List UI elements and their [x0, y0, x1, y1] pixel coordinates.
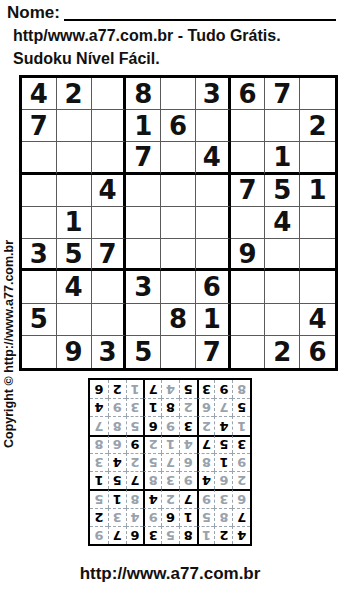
- solution-cell-r7c3: 2: [197, 416, 215, 434]
- puzzle-empty-cell-r7c9[interactable]: [300, 271, 335, 303]
- puzzle-empty-cell-r3c9[interactable]: [300, 142, 335, 174]
- solution-cell-r8c2: 7: [214, 398, 232, 416]
- solution-cell-r4c3: 4: [197, 471, 215, 489]
- puzzle-empty-cell-r9c7[interactable]: [231, 336, 266, 368]
- solution-cell-r2c1: 7: [232, 508, 250, 526]
- puzzle-given-cell-r2c5: 6: [161, 110, 196, 142]
- solution-cell-r2c7: 4: [126, 508, 144, 526]
- puzzle-empty-cell-r8c4[interactable]: [126, 304, 161, 336]
- solution-cell-r3c2: 3: [214, 489, 232, 507]
- solution-cell-r7c8: 8: [108, 416, 126, 434]
- solution-cell-r9c1: 8: [232, 380, 250, 398]
- puzzle-empty-cell-r9c1[interactable]: [22, 336, 57, 368]
- solution-cell-r1c8: 7: [108, 526, 126, 544]
- puzzle-empty-cell-r1c3[interactable]: [92, 78, 127, 110]
- solution-cell-r2c2: 8: [214, 508, 232, 526]
- puzzle-given-cell-r8c1: 5: [22, 304, 57, 336]
- puzzle-given-cell-r9c4: 5: [126, 336, 161, 368]
- puzzle-given-cell-r9c8: 2: [265, 336, 300, 368]
- solution-cell-r6c7: 9: [126, 435, 144, 453]
- puzzle-given-cell-r4c3: 4: [92, 175, 127, 207]
- puzzle-empty-cell-r5c4[interactable]: [126, 207, 161, 239]
- solution-cell-r8c4: 2: [179, 398, 197, 416]
- puzzle-empty-cell-r5c6[interactable]: [196, 207, 231, 239]
- puzzle-empty-cell-r1c5[interactable]: [161, 78, 196, 110]
- puzzle-empty-cell-r3c7[interactable]: [231, 142, 266, 174]
- solution-cell-r2c9: 2: [90, 508, 108, 526]
- solution-cell-r5c7: 2: [126, 453, 144, 471]
- puzzle-given-cell-r7c4: 3: [126, 271, 161, 303]
- puzzle-empty-cell-r7c1[interactable]: [22, 271, 57, 303]
- puzzle-given-cell-r2c1: 7: [22, 110, 57, 142]
- solution-cell-r9c3: 3: [197, 380, 215, 398]
- solution-cell-r5c5: 7: [161, 453, 179, 471]
- solution-cell-r4c8: 5: [108, 471, 126, 489]
- puzzle-given-cell-r2c4: 1: [126, 110, 161, 142]
- puzzle-given-cell-r4c7: 7: [231, 175, 266, 207]
- site-title: http/www.a77.com.br - Tudo Grátis.: [13, 27, 281, 45]
- solution-cell-r4c5: 3: [161, 471, 179, 489]
- name-row: Nome:: [7, 3, 336, 23]
- puzzle-given-cell-r8c5: 8: [161, 304, 196, 336]
- puzzle-empty-cell-r9c5[interactable]: [161, 336, 196, 368]
- puzzle-given-cell-r4c8: 5: [265, 175, 300, 207]
- puzzle-given-cell-r1c4: 8: [126, 78, 161, 110]
- solution-cell-r7c9: 7: [90, 416, 108, 434]
- puzzle-given-cell-r3c4: 7: [126, 142, 161, 174]
- solution-cell-r1c3: 1: [197, 526, 215, 544]
- solution-cell-r8c8: 9: [108, 398, 126, 416]
- solution-cell-r8c6: 1: [143, 398, 161, 416]
- puzzle-given-cell-r9c3: 3: [92, 336, 127, 368]
- puzzle-given-cell-r1c2: 2: [57, 78, 92, 110]
- puzzle-empty-cell-r2c2[interactable]: [57, 110, 92, 142]
- puzzle-empty-cell-r4c4[interactable]: [126, 175, 161, 207]
- puzzle-empty-cell-r7c3[interactable]: [92, 271, 127, 303]
- solution-cell-r9c7: 1: [126, 380, 144, 398]
- solution-cell-r5c6: 5: [143, 453, 161, 471]
- solution-cell-r6c2: 5: [214, 435, 232, 453]
- puzzle-empty-cell-r6c8[interactable]: [265, 239, 300, 271]
- solution-cell-r7c1: 1: [232, 416, 250, 434]
- solution-cell-r4c2: 6: [214, 471, 232, 489]
- solution-cell-r7c4: 3: [179, 416, 197, 434]
- puzzle-empty-cell-r3c2[interactable]: [57, 142, 92, 174]
- puzzle-given-cell-r6c1: 3: [22, 239, 57, 271]
- solution-cell-r3c7: 8: [126, 489, 144, 507]
- solution-cell-r4c9: 1: [90, 471, 108, 489]
- difficulty-title: Sudoku Nível Fácil.: [13, 50, 160, 68]
- puzzle-given-cell-r3c8: 1: [265, 142, 300, 174]
- puzzle-given-cell-r5c2: 1: [57, 207, 92, 239]
- puzzle-given-cell-r6c3: 7: [92, 239, 127, 271]
- solution-cell-r5c4: 6: [179, 453, 197, 471]
- solution-cell-r3c1: 6: [232, 489, 250, 507]
- solution-cell-r5c3: 8: [197, 453, 215, 471]
- solution-cell-r1c7: 6: [126, 526, 144, 544]
- solution-cell-r7c5: 9: [161, 416, 179, 434]
- puzzle-empty-cell-r3c3[interactable]: [92, 142, 127, 174]
- solution-cell-r3c4: 7: [179, 489, 197, 507]
- solution-cell-r7c6: 6: [143, 416, 161, 434]
- puzzle-given-cell-r8c6: 1: [196, 304, 231, 336]
- solution-cell-r5c2: 1: [214, 453, 232, 471]
- puzzle-empty-cell-r4c6[interactable]: [196, 175, 231, 207]
- puzzle-given-cell-r8c9: 4: [300, 304, 335, 336]
- solution-cell-r9c6: 7: [143, 380, 161, 398]
- puzzle-given-cell-r1c7: 6: [231, 78, 266, 110]
- solution-cell-r3c9: 5: [90, 489, 108, 507]
- puzzle-empty-cell-r8c7[interactable]: [231, 304, 266, 336]
- name-fill-line[interactable]: [64, 5, 336, 21]
- solution-cell-r8c3: 6: [197, 398, 215, 416]
- solution-cell-r5c1: 9: [232, 453, 250, 471]
- footer-url: http://www.a77.com.br: [0, 564, 340, 584]
- puzzle-given-cell-r9c9: 6: [300, 336, 335, 368]
- puzzle-given-cell-r2c9: 2: [300, 110, 335, 142]
- puzzle-empty-cell-r8c2[interactable]: [57, 304, 92, 336]
- solution-cell-r9c8: 2: [108, 380, 126, 398]
- puzzle-given-cell-r9c6: 7: [196, 336, 231, 368]
- solution-cell-r2c8: 3: [108, 508, 126, 526]
- puzzle-given-cell-r3c6: 4: [196, 142, 231, 174]
- puzzle-given-cell-r6c2: 5: [57, 239, 92, 271]
- puzzle-empty-cell-r6c5[interactable]: [161, 239, 196, 271]
- puzzle-given-cell-r6c7: 9: [231, 239, 266, 271]
- solution-cell-r4c6: 8: [143, 471, 161, 489]
- solution-cell-r1c4: 8: [179, 526, 197, 544]
- solution-cell-r6c3: 7: [197, 435, 215, 453]
- solution-cell-r4c7: 7: [126, 471, 144, 489]
- puzzle-given-cell-r1c1: 4: [22, 78, 57, 110]
- solution-cell-r2c6: 9: [143, 508, 161, 526]
- sudoku-solution-grid-rotated: 4218536797851694326397248152649387519186…: [88, 378, 252, 546]
- puzzle-empty-cell-r3c5[interactable]: [161, 142, 196, 174]
- puzzle-empty-cell-r7c8[interactable]: [265, 271, 300, 303]
- puzzle-given-cell-r1c8: 7: [265, 78, 300, 110]
- solution-cell-r5c9: 3: [90, 453, 108, 471]
- puzzle-empty-cell-r6c4[interactable]: [126, 239, 161, 271]
- solution-cell-r2c3: 5: [197, 508, 215, 526]
- puzzle-empty-cell-r4c5[interactable]: [161, 175, 196, 207]
- solution-cell-r8c1: 5: [232, 398, 250, 416]
- puzzle-given-cell-r4c9: 1: [300, 175, 335, 207]
- puzzle-empty-cell-r4c2[interactable]: [57, 175, 92, 207]
- solution-cell-r6c9: 8: [90, 435, 108, 453]
- solution-cell-r3c8: 1: [108, 489, 126, 507]
- solution-cell-r3c3: 9: [197, 489, 215, 507]
- puzzle-empty-cell-r8c8[interactable]: [265, 304, 300, 336]
- solution-cell-r1c9: 9: [90, 526, 108, 544]
- solution-cell-r6c8: 6: [108, 435, 126, 453]
- copyright-vertical-text: Copyright © http://www.a77.com.br: [2, 154, 16, 448]
- solution-cell-r9c9: 6: [90, 380, 108, 398]
- puzzle-empty-cell-r5c3[interactable]: [92, 207, 127, 239]
- puzzle-given-cell-r7c2: 4: [57, 271, 92, 303]
- solution-cell-r7c7: 5: [126, 416, 144, 434]
- puzzle-empty-cell-r5c5[interactable]: [161, 207, 196, 239]
- puzzle-empty-cell-r2c8[interactable]: [265, 110, 300, 142]
- solution-cell-r8c9: 4: [90, 398, 108, 416]
- puzzle-empty-cell-r2c7[interactable]: [231, 110, 266, 142]
- solution-cell-r6c4: 4: [179, 435, 197, 453]
- puzzle-empty-cell-r1c9[interactable]: [300, 78, 335, 110]
- solution-cell-r6c6: 2: [143, 435, 161, 453]
- solution-cell-r4c4: 9: [179, 471, 197, 489]
- puzzle-given-cell-r7c6: 6: [196, 271, 231, 303]
- puzzle-empty-cell-r6c6[interactable]: [196, 239, 231, 271]
- solution-cell-r9c2: 9: [214, 380, 232, 398]
- solution-cell-r8c7: 3: [126, 398, 144, 416]
- puzzle-empty-cell-r7c5[interactable]: [161, 271, 196, 303]
- solution-cell-r7c2: 4: [214, 416, 232, 434]
- puzzle-empty-cell-r2c3[interactable]: [92, 110, 127, 142]
- sudoku-puzzle-grid: 428367716274147511435794365814935726: [19, 75, 338, 371]
- puzzle-empty-cell-r5c1[interactable]: [22, 207, 57, 239]
- puzzle-given-cell-r1c6: 3: [196, 78, 231, 110]
- solution-cell-r9c5: 4: [161, 380, 179, 398]
- puzzle-empty-cell-r2c6[interactable]: [196, 110, 231, 142]
- puzzle-empty-cell-r5c9[interactable]: [300, 207, 335, 239]
- solution-cell-r6c1: 3: [232, 435, 250, 453]
- puzzle-empty-cell-r4c1[interactable]: [22, 175, 57, 207]
- solution-cell-r9c4: 5: [179, 380, 197, 398]
- solution-cell-r1c5: 5: [161, 526, 179, 544]
- solution-cell-r4c1: 2: [232, 471, 250, 489]
- puzzle-empty-cell-r5c7[interactable]: [231, 207, 266, 239]
- puzzle-empty-cell-r8c3[interactable]: [92, 304, 127, 336]
- solution-cell-r6c5: 1: [161, 435, 179, 453]
- solution-cell-r1c6: 3: [143, 526, 161, 544]
- sudoku-worksheet-page: Nome: http/www.a77.com.br - Tudo Grátis.…: [0, 0, 340, 596]
- solution-cell-r3c6: 4: [143, 489, 161, 507]
- solution-cell-r3c5: 2: [161, 489, 179, 507]
- solution-cell-r2c4: 1: [179, 508, 197, 526]
- solution-cell-r1c2: 2: [214, 526, 232, 544]
- solution-cell-r8c5: 8: [161, 398, 179, 416]
- puzzle-given-cell-r5c8: 4: [265, 207, 300, 239]
- name-label: Nome:: [7, 3, 60, 23]
- puzzle-empty-cell-r6c9[interactable]: [300, 239, 335, 271]
- puzzle-empty-cell-r7c7[interactable]: [231, 271, 266, 303]
- puzzle-empty-cell-r3c1[interactable]: [22, 142, 57, 174]
- puzzle-given-cell-r9c2: 9: [57, 336, 92, 368]
- solution-cell-r2c5: 6: [161, 508, 179, 526]
- solution-cell-r1c1: 4: [232, 526, 250, 544]
- solution-cell-r5c8: 4: [108, 453, 126, 471]
